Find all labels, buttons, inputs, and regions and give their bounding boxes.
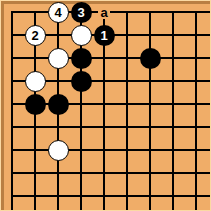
stone-black-move-3: 3	[71, 2, 92, 23]
board-point: 2	[24, 24, 47, 47]
board-point	[47, 93, 70, 116]
board-point	[24, 70, 47, 93]
stone-black-move-1: 1	[94, 25, 115, 46]
board-point	[70, 47, 93, 70]
board-point: 3	[70, 1, 93, 24]
stone-white	[48, 48, 69, 69]
board-point	[70, 24, 93, 47]
stone-white	[71, 25, 92, 46]
board-point	[47, 47, 70, 70]
board-point	[47, 139, 70, 162]
stone-black	[71, 71, 92, 92]
stone-white-move-4: 4	[48, 2, 69, 23]
board-point	[139, 47, 162, 70]
board-point: a	[93, 1, 116, 24]
stone-black	[140, 48, 161, 69]
stone-white	[25, 71, 46, 92]
stones-layer: 4321a	[1, 1, 208, 208]
stone-white	[48, 140, 69, 161]
point-label-a: a	[98, 6, 109, 19]
board-point	[70, 70, 93, 93]
stone-black	[71, 48, 92, 69]
stone-white-move-2: 2	[25, 25, 46, 46]
stone-black	[25, 94, 46, 115]
board-point: 1	[93, 24, 116, 47]
go-board: 4321a	[0, 0, 211, 211]
board-point: 4	[47, 1, 70, 24]
stone-black	[48, 94, 69, 115]
board-point	[24, 93, 47, 116]
